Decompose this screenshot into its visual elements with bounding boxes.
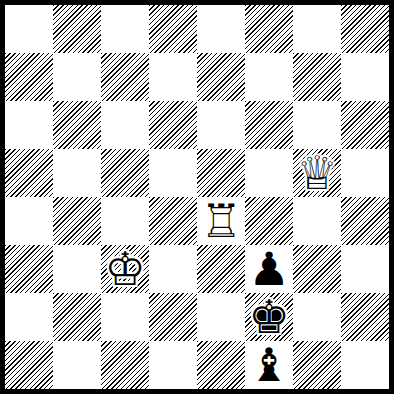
square-c1[interactable] <box>101 341 149 389</box>
square-c6[interactable] <box>101 101 149 149</box>
square-f3[interactable]: ♟ <box>245 245 293 293</box>
square-c2[interactable] <box>101 293 149 341</box>
square-h2[interactable] <box>341 293 389 341</box>
square-a1[interactable] <box>5 341 53 389</box>
square-f1[interactable]: ♝ <box>245 341 293 389</box>
square-b2[interactable] <box>53 293 101 341</box>
square-e3[interactable] <box>197 245 245 293</box>
square-b5[interactable] <box>53 149 101 197</box>
square-a4[interactable] <box>5 197 53 245</box>
square-f5[interactable] <box>245 149 293 197</box>
square-a2[interactable] <box>5 293 53 341</box>
square-f4[interactable] <box>245 197 293 245</box>
square-g8[interactable] <box>293 5 341 53</box>
square-h7[interactable] <box>341 53 389 101</box>
square-d1[interactable] <box>149 341 197 389</box>
white-queen-piece[interactable]: ♕ <box>296 149 337 197</box>
black-king-piece[interactable]: ♚ <box>248 293 289 341</box>
square-g3[interactable] <box>293 245 341 293</box>
square-f7[interactable] <box>245 53 293 101</box>
square-c4[interactable] <box>101 197 149 245</box>
square-h8[interactable] <box>341 5 389 53</box>
square-d3[interactable] <box>149 245 197 293</box>
square-h5[interactable] <box>341 149 389 197</box>
square-d4[interactable] <box>149 197 197 245</box>
square-g2[interactable] <box>293 293 341 341</box>
chess-board: ♕♖♔♟♚♝ <box>0 0 394 394</box>
square-h6[interactable] <box>341 101 389 149</box>
square-a5[interactable] <box>5 149 53 197</box>
square-g4[interactable] <box>293 197 341 245</box>
square-e8[interactable] <box>197 5 245 53</box>
square-a8[interactable] <box>5 5 53 53</box>
square-a7[interactable] <box>5 53 53 101</box>
square-d8[interactable] <box>149 5 197 53</box>
black-bishop-piece[interactable]: ♝ <box>248 341 289 389</box>
square-c5[interactable] <box>101 149 149 197</box>
square-b4[interactable] <box>53 197 101 245</box>
square-d2[interactable] <box>149 293 197 341</box>
square-g1[interactable] <box>293 341 341 389</box>
square-f2[interactable]: ♚ <box>245 293 293 341</box>
white-king-piece[interactable]: ♔ <box>104 245 145 293</box>
square-b6[interactable] <box>53 101 101 149</box>
square-d5[interactable] <box>149 149 197 197</box>
square-g5[interactable]: ♕ <box>293 149 341 197</box>
square-f8[interactable] <box>245 5 293 53</box>
square-f6[interactable] <box>245 101 293 149</box>
square-e1[interactable] <box>197 341 245 389</box>
square-d6[interactable] <box>149 101 197 149</box>
square-c7[interactable] <box>101 53 149 101</box>
square-h4[interactable] <box>341 197 389 245</box>
square-c8[interactable] <box>101 5 149 53</box>
square-g6[interactable] <box>293 101 341 149</box>
square-a3[interactable] <box>5 245 53 293</box>
square-b7[interactable] <box>53 53 101 101</box>
square-b1[interactable] <box>53 341 101 389</box>
square-a6[interactable] <box>5 101 53 149</box>
square-b3[interactable] <box>53 245 101 293</box>
square-b8[interactable] <box>53 5 101 53</box>
square-e6[interactable] <box>197 101 245 149</box>
square-c3[interactable]: ♔ <box>101 245 149 293</box>
square-h1[interactable] <box>341 341 389 389</box>
square-e2[interactable] <box>197 293 245 341</box>
square-e4[interactable]: ♖ <box>197 197 245 245</box>
black-pawn-piece[interactable]: ♟ <box>248 245 289 293</box>
chess-diagram: ♕♖♔♟♚♝ <box>0 0 394 394</box>
square-e7[interactable] <box>197 53 245 101</box>
square-e5[interactable] <box>197 149 245 197</box>
square-d7[interactable] <box>149 53 197 101</box>
square-h3[interactable] <box>341 245 389 293</box>
square-g7[interactable] <box>293 53 341 101</box>
white-rook-piece[interactable]: ♖ <box>200 197 241 245</box>
